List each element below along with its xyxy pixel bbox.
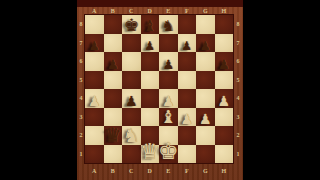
square-f5[interactable]: [178, 71, 197, 90]
rank-labels-right: 87654321: [233, 15, 243, 163]
piece-black-pawn-b6[interactable]: ♟: [107, 58, 119, 71]
square-c2[interactable]: ♞: [122, 126, 141, 145]
piece-white-pawn-h4[interactable]: ♟: [217, 94, 230, 108]
square-b2[interactable]: ♛: [104, 126, 123, 145]
square-g4[interactable]: [196, 89, 215, 108]
square-g1[interactable]: [196, 145, 215, 164]
rank-label-left-4: 4: [77, 89, 85, 108]
square-b8[interactable]: [104, 15, 123, 34]
square-a2[interactable]: [85, 126, 104, 145]
square-d5[interactable]: [141, 71, 160, 90]
square-f7[interactable]: ♟: [178, 34, 197, 53]
square-g5[interactable]: [196, 71, 215, 90]
piece-black-pawn-c4[interactable]: ♟: [125, 94, 138, 108]
square-f2[interactable]: [178, 126, 197, 145]
square-d6[interactable]: [141, 52, 160, 71]
file-label-bottom-e: E: [159, 167, 178, 175]
square-d7[interactable]: ♟: [141, 34, 160, 53]
screenshot-stage: ABCDEFGH ABCDEFGH 87654321 87654321 ♚♝♞♟…: [0, 0, 320, 180]
square-h2[interactable]: [215, 126, 234, 145]
rank-label-left-5: 5: [77, 71, 85, 90]
rank-label-right-6: 6: [233, 52, 243, 71]
square-a7[interactable]: ♟: [85, 34, 104, 53]
piece-black-queen-b2[interactable]: ♛: [104, 125, 122, 145]
piece-white-pawn-f3[interactable]: ♟: [180, 112, 193, 126]
square-e6[interactable]: ♟: [159, 52, 178, 71]
file-label-bottom-c: C: [122, 167, 141, 175]
rank-label-left-8: 8: [77, 15, 85, 34]
rank-label-left-7: 7: [77, 34, 85, 53]
rank-label-right-2: 2: [233, 126, 243, 145]
square-e3[interactable]: ♝: [159, 108, 178, 127]
file-label-bottom-g: G: [196, 167, 215, 175]
rank-label-right-1: 1: [233, 145, 243, 164]
square-a4[interactable]: ♟: [85, 89, 104, 108]
piece-black-pawn-d7[interactable]: ♟: [144, 40, 155, 52]
file-label-top-b: B: [104, 7, 123, 15]
rank-labels-left: 87654321: [77, 15, 85, 163]
piece-black-bishop-d8[interactable]: ♝: [143, 19, 156, 34]
piece-black-pawn-f7[interactable]: ♟: [181, 40, 192, 52]
square-b7[interactable]: [104, 34, 123, 53]
square-g6[interactable]: [196, 52, 215, 71]
file-label-top-f: F: [178, 7, 197, 15]
square-d1[interactable]: ♛: [141, 145, 160, 164]
square-f8[interactable]: [178, 15, 197, 34]
square-f3[interactable]: ♟: [178, 108, 197, 127]
square-g7[interactable]: ♟: [196, 34, 215, 53]
square-e7[interactable]: [159, 34, 178, 53]
square-h8[interactable]: [215, 15, 234, 34]
piece-black-knight-e8[interactable]: ♞: [162, 19, 175, 34]
square-a8[interactable]: [85, 15, 104, 34]
board-frame-top-strip: [77, 0, 243, 7]
piece-white-king-e1[interactable]: ♚: [158, 140, 179, 163]
square-a6[interactable]: [85, 52, 104, 71]
square-d8[interactable]: ♝: [141, 15, 160, 34]
piece-white-pawn-a4[interactable]: ♟: [88, 94, 101, 108]
file-label-top-d: D: [141, 7, 160, 15]
square-e5[interactable]: [159, 71, 178, 90]
square-a1[interactable]: [85, 145, 104, 164]
file-label-top-g: G: [196, 7, 215, 15]
square-h7[interactable]: [215, 34, 234, 53]
piece-black-pawn-a7[interactable]: ♟: [89, 40, 100, 52]
square-h5[interactable]: [215, 71, 234, 90]
square-d4[interactable]: [141, 89, 160, 108]
piece-black-king-c8[interactable]: ♚: [124, 17, 139, 34]
piece-black-pawn-g7[interactable]: ♟: [200, 40, 211, 52]
square-d3[interactable]: [141, 108, 160, 127]
rank-label-left-2: 2: [77, 126, 85, 145]
square-g8[interactable]: [196, 15, 215, 34]
square-e1[interactable]: ♚: [159, 145, 178, 164]
file-label-bottom-d: D: [141, 167, 160, 175]
file-label-top-e: E: [159, 7, 178, 15]
square-b1[interactable]: [104, 145, 123, 164]
file-label-top-a: A: [85, 7, 104, 15]
rank-label-left-6: 6: [77, 52, 85, 71]
square-c8[interactable]: ♚: [122, 15, 141, 34]
square-f4[interactable]: [178, 89, 197, 108]
file-label-bottom-f: F: [178, 167, 197, 175]
square-g2[interactable]: [196, 126, 215, 145]
rank-label-right-7: 7: [233, 34, 243, 53]
file-labels-top: ABCDEFGH: [85, 7, 233, 15]
piece-white-queen-d1[interactable]: ♛: [140, 141, 160, 163]
square-g3[interactable]: ♟: [196, 108, 215, 127]
square-c4[interactable]: ♟: [122, 89, 141, 108]
rank-label-left-3: 3: [77, 108, 85, 127]
piece-white-knight-c2[interactable]: ♞: [123, 126, 140, 145]
file-label-bottom-b: B: [104, 167, 123, 175]
square-h6[interactable]: ♟: [215, 52, 234, 71]
square-c5[interactable]: [122, 71, 141, 90]
square-e8[interactable]: ♞: [159, 15, 178, 34]
rank-label-right-3: 3: [233, 108, 243, 127]
square-e4[interactable]: ♟: [159, 89, 178, 108]
square-c1[interactable]: [122, 145, 141, 164]
square-c6[interactable]: [122, 52, 141, 71]
square-a3[interactable]: [85, 108, 104, 127]
square-a5[interactable]: [85, 71, 104, 90]
square-b4[interactable]: [104, 89, 123, 108]
square-b6[interactable]: ♟: [104, 52, 123, 71]
square-h4[interactable]: ♟: [215, 89, 234, 108]
board-grid: ♚♝♞♟♟♟♟♟♟♟♟♟♟♟♝♟♟♛♞♛♚: [85, 15, 233, 163]
piece-white-pawn-g3[interactable]: ♟: [199, 112, 212, 126]
square-c7[interactable]: [122, 34, 141, 53]
rank-label-right-5: 5: [233, 71, 243, 90]
file-label-bottom-h: H: [215, 167, 234, 175]
piece-white-bishop-e3[interactable]: ♝: [160, 108, 176, 126]
piece-black-pawn-e6[interactable]: ♟: [162, 58, 174, 71]
file-label-top-h: H: [215, 7, 234, 15]
square-h1[interactable]: [215, 145, 234, 164]
file-labels-bottom: ABCDEFGH: [85, 167, 233, 175]
square-h3[interactable]: [215, 108, 234, 127]
piece-black-pawn-h6[interactable]: ♟: [218, 58, 230, 71]
square-b5[interactable]: [104, 71, 123, 90]
square-f6[interactable]: [178, 52, 197, 71]
square-f1[interactable]: [178, 145, 197, 164]
file-label-bottom-a: A: [85, 167, 104, 175]
chess-board: ABCDEFGH ABCDEFGH 87654321 87654321 ♚♝♞♟…: [77, 0, 243, 180]
rank-label-left-1: 1: [77, 145, 85, 164]
rank-label-right-8: 8: [233, 15, 243, 34]
rank-label-right-4: 4: [233, 89, 243, 108]
